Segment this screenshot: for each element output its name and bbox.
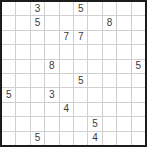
cell-r7c7[interactable] [88,88,101,101]
cell-r9c8[interactable] [103,117,116,130]
cell-r5c8[interactable] [103,60,116,73]
cell-r4c6[interactable] [74,45,87,58]
cell-r5c3[interactable] [31,60,44,73]
cell-r7c10[interactable] [132,88,145,101]
cell-r3c2[interactable] [16,31,29,44]
cell-r2c10[interactable] [132,16,145,29]
clue-cell-r10c3[interactable]: 5 [31,132,44,145]
cell-r1c8[interactable] [103,2,116,15]
cell-r1c5[interactable] [60,2,73,15]
cell-r9c10[interactable] [132,117,145,130]
cell-r9c4[interactable] [45,117,58,130]
cell-r10c1[interactable] [2,132,15,145]
cell-r5c5[interactable] [60,60,73,73]
cell-r9c3[interactable] [31,117,44,130]
cell-r4c9[interactable] [117,45,130,58]
cell-r10c5[interactable] [60,132,73,145]
puzzle-board: 355877855534554 [0,0,147,147]
cell-r1c9[interactable] [117,2,130,15]
clue-cell-r10c7[interactable]: 4 [88,132,101,145]
cell-r2c6[interactable] [74,16,87,29]
cell-r8c1[interactable] [2,103,15,116]
cell-r3c1[interactable] [2,31,15,44]
cell-r5c1[interactable] [2,60,15,73]
cell-r10c2[interactable] [16,132,29,145]
cell-r8c4[interactable] [45,103,58,116]
cell-r9c6[interactable] [74,117,87,130]
clue-cell-r5c10[interactable]: 5 [132,60,145,73]
cell-r7c6[interactable] [74,88,87,101]
cell-r2c9[interactable] [117,16,130,29]
cell-r6c2[interactable] [16,74,29,87]
cell-r1c4[interactable] [45,2,58,15]
cell-r9c9[interactable] [117,117,130,130]
cell-r3c3[interactable] [31,31,44,44]
cell-r1c1[interactable] [2,2,15,15]
cell-r7c2[interactable] [16,88,29,101]
cell-r10c4[interactable] [45,132,58,145]
cell-r4c7[interactable] [88,45,101,58]
cell-r7c5[interactable] [60,88,73,101]
cell-r8c2[interactable] [16,103,29,116]
clue-cell-r2c3[interactable]: 5 [31,16,44,29]
cell-r8c3[interactable] [31,103,44,116]
cell-r8c6[interactable] [74,103,87,116]
cell-r5c7[interactable] [88,60,101,73]
cell-r8c7[interactable] [88,103,101,116]
cell-r3c4[interactable] [45,31,58,44]
clue-cell-r6c6[interactable]: 5 [74,74,87,87]
cell-r3c8[interactable] [103,31,116,44]
cell-r6c10[interactable] [132,74,145,87]
cell-r9c2[interactable] [16,117,29,130]
cell-r8c9[interactable] [117,103,130,116]
cell-r9c5[interactable] [60,117,73,130]
cell-r4c3[interactable] [31,45,44,58]
clue-cell-r3c6[interactable]: 7 [74,31,87,44]
clue-cell-r2c8[interactable]: 8 [103,16,116,29]
cell-r9c1[interactable] [2,117,15,130]
cell-r5c2[interactable] [16,60,29,73]
cell-r5c9[interactable] [117,60,130,73]
cell-r10c10[interactable] [132,132,145,145]
cell-r10c9[interactable] [117,132,130,145]
cell-r6c1[interactable] [2,74,15,87]
cell-r1c2[interactable] [16,2,29,15]
cell-r7c3[interactable] [31,88,44,101]
cell-r2c2[interactable] [16,16,29,29]
cell-r10c6[interactable] [74,132,87,145]
cell-r4c10[interactable] [132,45,145,58]
cell-r6c5[interactable] [60,74,73,87]
clue-cell-r8c5[interactable]: 4 [60,103,73,116]
clue-cell-r1c6[interactable]: 5 [74,2,87,15]
clue-cell-r7c1[interactable]: 5 [2,88,15,101]
cell-r6c4[interactable] [45,74,58,87]
cell-r5c6[interactable] [74,60,87,73]
cell-r4c2[interactable] [16,45,29,58]
cell-r3c10[interactable] [132,31,145,44]
clue-cell-r5c4[interactable]: 8 [45,60,58,73]
cell-r8c8[interactable] [103,103,116,116]
cell-r4c4[interactable] [45,45,58,58]
cell-r2c1[interactable] [2,16,15,29]
clue-cell-r9c7[interactable]: 5 [88,117,101,130]
cell-r6c7[interactable] [88,74,101,87]
cell-r10c8[interactable] [103,132,116,145]
cell-r2c5[interactable] [60,16,73,29]
cell-r3c9[interactable] [117,31,130,44]
clue-cell-r1c3[interactable]: 3 [31,2,44,15]
cell-r1c10[interactable] [132,2,145,15]
cell-r3c7[interactable] [88,31,101,44]
cell-r7c8[interactable] [103,88,116,101]
cell-r7c9[interactable] [117,88,130,101]
cell-r1c7[interactable] [88,2,101,15]
cell-r4c5[interactable] [60,45,73,58]
cell-r4c1[interactable] [2,45,15,58]
clue-cell-r7c4[interactable]: 3 [45,88,58,101]
clue-cell-r3c5[interactable]: 7 [60,31,73,44]
cell-r2c7[interactable] [88,16,101,29]
cell-r6c3[interactable] [31,74,44,87]
cell-r6c9[interactable] [117,74,130,87]
cell-r2c4[interactable] [45,16,58,29]
cell-r6c8[interactable] [103,74,116,87]
cell-r8c10[interactable] [132,103,145,116]
cell-r4c8[interactable] [103,45,116,58]
